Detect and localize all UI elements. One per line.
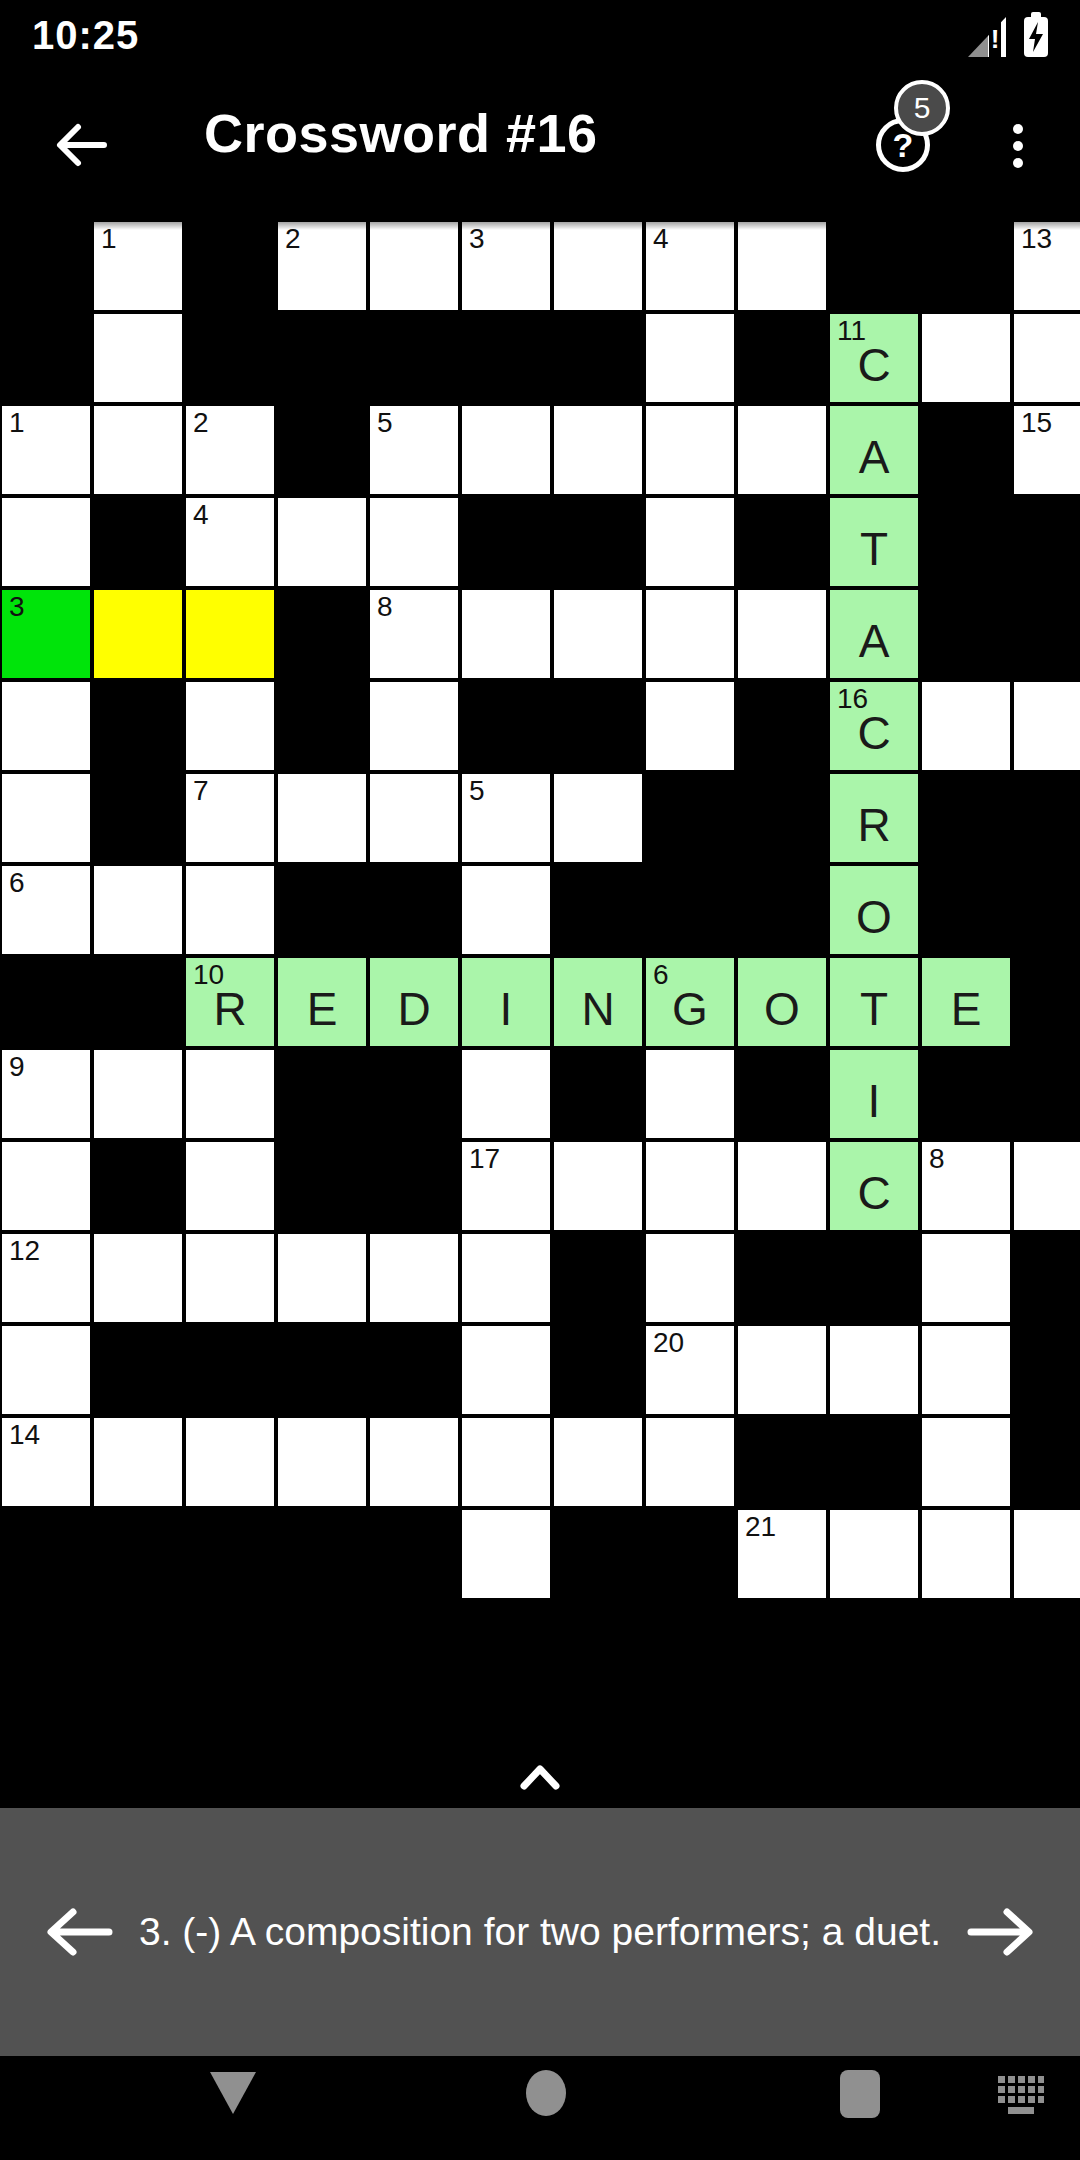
nav-home-circle-icon[interactable] xyxy=(526,2070,566,2116)
grid-cell-r10c5[interactable]: 17 xyxy=(460,1140,552,1232)
cell-letter: C xyxy=(830,682,918,770)
grid-cell-r14c3 xyxy=(276,1508,368,1600)
grid-cell-r3c7[interactable] xyxy=(644,496,736,588)
battery-charging-icon xyxy=(1024,17,1048,57)
cell-letter: I xyxy=(830,1050,918,1138)
grid-cell-r10c2[interactable] xyxy=(184,1140,276,1232)
clue-number: 8 xyxy=(929,1144,945,1175)
grid-cell-r3c9[interactable]: T xyxy=(828,496,920,588)
grid-cell-r3c5 xyxy=(460,496,552,588)
grid-cell-r6c4[interactable] xyxy=(368,772,460,864)
grid-cell-r12c2 xyxy=(184,1324,276,1416)
grid-cell-r6c3[interactable] xyxy=(276,772,368,864)
clue-number: 2 xyxy=(193,408,209,439)
cell-letter: R xyxy=(830,774,918,862)
cell-letter: C xyxy=(830,314,918,402)
grid-cell-r5c8 xyxy=(736,680,828,772)
grid-cell-r11c7[interactable] xyxy=(644,1232,736,1324)
clue-number: 17 xyxy=(469,1144,500,1175)
grid-cell-r1c3 xyxy=(276,312,368,404)
grid-cell-r13c7[interactable] xyxy=(644,1416,736,1508)
overflow-menu-icon[interactable] xyxy=(1000,110,1036,182)
grid-cell-r6c0[interactable] xyxy=(0,772,92,864)
cell-letter: O xyxy=(830,866,918,954)
grid-cell-r4c4[interactable]: 8 xyxy=(368,588,460,680)
grid-cell-r0c0 xyxy=(0,220,92,312)
grid-cell-r11c2[interactable] xyxy=(184,1232,276,1324)
grid-cell-r9c0[interactable]: 9 xyxy=(0,1048,92,1140)
grid-cell-r8c9[interactable]: T xyxy=(828,956,920,1048)
grid-cell-r11c9 xyxy=(828,1232,920,1324)
grid-cell-r10c1 xyxy=(92,1140,184,1232)
cell-letter: R xyxy=(186,958,274,1046)
grid-cell-r14c7 xyxy=(644,1508,736,1600)
grid-cell-r12c3 xyxy=(276,1324,368,1416)
grid-cell-r9c10 xyxy=(920,1048,1012,1140)
grid-cell-r7c9[interactable]: O xyxy=(828,864,920,956)
grid-cell-r9c3 xyxy=(276,1048,368,1140)
grid-cell-r0c9 xyxy=(828,220,920,312)
grid-cell-r5c6 xyxy=(552,680,644,772)
grid-cell-r8c0 xyxy=(0,956,92,1048)
cell-letter: C xyxy=(830,1142,918,1230)
grid-cell-r1c7[interactable] xyxy=(644,312,736,404)
cell-letter: O xyxy=(738,958,826,1046)
grid-cell-r4c10 xyxy=(920,588,1012,680)
grid-cell-r7c2[interactable] xyxy=(184,864,276,956)
grid-cell-r3c11 xyxy=(1012,496,1080,588)
grid-cell-r1c9[interactable]: 11C xyxy=(828,312,920,404)
grid-cell-r2c1[interactable] xyxy=(92,404,184,496)
grid-cell-r4c7[interactable] xyxy=(644,588,736,680)
grid-cell-r3c2[interactable]: 4 xyxy=(184,496,276,588)
nav-back-triangle-icon[interactable] xyxy=(210,2072,256,2114)
grid-cell-r8c2[interactable]: 10R xyxy=(184,956,276,1048)
clue-number: 6 xyxy=(9,868,25,899)
grid-cell-r3c3[interactable] xyxy=(276,496,368,588)
grid-cell-r14c8[interactable]: 21 xyxy=(736,1508,828,1600)
grid-cell-r13c0[interactable]: 14 xyxy=(0,1416,92,1508)
clue-number: 13 xyxy=(1021,224,1052,255)
grid-cell-r8c3[interactable]: E xyxy=(276,956,368,1048)
clue-number: 5 xyxy=(377,408,393,439)
grid-cell-r12c10[interactable] xyxy=(920,1324,1012,1416)
grid-cell-r0c6[interactable] xyxy=(552,220,644,312)
grid-cell-r4c6[interactable] xyxy=(552,588,644,680)
grid-cell-r5c10[interactable] xyxy=(920,680,1012,772)
grid-cell-r1c10[interactable] xyxy=(920,312,1012,404)
crossword-app-screen: 10:25 ! Crossword #16 ? 5 12341311C125A1… xyxy=(0,0,1080,2160)
grid-cell-r11c11 xyxy=(1012,1232,1080,1324)
clue-number: 8 xyxy=(377,592,393,623)
grid-cell-r9c9[interactable]: I xyxy=(828,1048,920,1140)
grid-cell-r2c3 xyxy=(276,404,368,496)
grid-cell-r5c1 xyxy=(92,680,184,772)
grid-cell-r0c11[interactable]: 13 xyxy=(1012,220,1080,312)
grid-cell-r13c2[interactable] xyxy=(184,1416,276,1508)
grid-cell-r0c5[interactable]: 3 xyxy=(460,220,552,312)
grid-cell-r1c5 xyxy=(460,312,552,404)
status-icons: ! xyxy=(968,13,1048,57)
cell-letter: T xyxy=(830,958,918,1046)
next-clue-arrow-icon[interactable] xyxy=(960,1892,1040,1972)
nav-keyboard-icon[interactable] xyxy=(996,2076,1044,2120)
grid-cell-r5c9[interactable]: 16C xyxy=(828,680,920,772)
grid-cell-r7c4 xyxy=(368,864,460,956)
grid-cell-r4c2[interactable] xyxy=(184,588,276,680)
grid-cell-r11c10[interactable] xyxy=(920,1232,1012,1324)
grid-cell-r12c1 xyxy=(92,1324,184,1416)
grid-cell-r12c0[interactable] xyxy=(0,1324,92,1416)
grid-cell-r5c0[interactable] xyxy=(0,680,92,772)
grid-cell-r2c7[interactable] xyxy=(644,404,736,496)
hints-badge: 5 xyxy=(894,80,950,136)
grid-cell-r14c6 xyxy=(552,1508,644,1600)
cell-letter: A xyxy=(830,406,918,494)
grid-cell-r12c8[interactable] xyxy=(736,1324,828,1416)
grid-cell-r3c6 xyxy=(552,496,644,588)
cell-letter: G xyxy=(646,958,734,1046)
grid-cell-r13c1[interactable] xyxy=(92,1416,184,1508)
grid-cell-r11c4[interactable] xyxy=(368,1232,460,1324)
grid-cell-r1c1[interactable] xyxy=(92,312,184,404)
board-gap xyxy=(0,1600,1080,1808)
grid-cell-r11c3[interactable] xyxy=(276,1232,368,1324)
cellular-alert-icon: ! xyxy=(968,17,1006,57)
grid-cell-r6c11 xyxy=(1012,772,1080,864)
grid-cell-r6c9[interactable]: R xyxy=(828,772,920,864)
prev-clue-arrow-icon[interactable] xyxy=(40,1892,120,1972)
cell-letter: A xyxy=(830,590,918,678)
grid-cell-r13c6[interactable] xyxy=(552,1416,644,1508)
grid-cell-r8c1 xyxy=(92,956,184,1048)
clue-number: 4 xyxy=(193,500,209,531)
grid-cell-r13c9 xyxy=(828,1416,920,1508)
grid-cell-r13c10[interactable] xyxy=(920,1416,1012,1508)
crossword-grid: 12341311C125A154T38A16C75R6O10REDIN6GOTE… xyxy=(0,220,1080,1600)
grid-cell-r12c5[interactable] xyxy=(460,1324,552,1416)
cell-letter: E xyxy=(278,958,366,1046)
grid-cell-r13c4[interactable] xyxy=(368,1416,460,1508)
clue-number: 15 xyxy=(1021,408,1052,439)
nav-recents-square-icon[interactable] xyxy=(840,2070,880,2118)
grid-cell-r14c0 xyxy=(0,1508,92,1600)
grid-cell-r8c11 xyxy=(1012,956,1080,1048)
grid-cell-r0c10 xyxy=(920,220,1012,312)
cell-letter: I xyxy=(462,958,550,1046)
grid-cell-r9c7[interactable] xyxy=(644,1048,736,1140)
grid-cell-r7c11 xyxy=(1012,864,1080,956)
grid-cell-r5c3 xyxy=(276,680,368,772)
grid-cell-r4c9[interactable]: A xyxy=(828,588,920,680)
grid-cell-r5c5 xyxy=(460,680,552,772)
grid-cell-r10c0[interactable] xyxy=(0,1140,92,1232)
grid-cell-r4c0[interactable]: 3 xyxy=(0,588,92,680)
grid-cell-r14c11[interactable] xyxy=(1012,1508,1080,1600)
grid-cell-r5c11[interactable] xyxy=(1012,680,1080,772)
clue-number: 3 xyxy=(9,592,25,623)
grid-cell-r7c3 xyxy=(276,864,368,956)
grid-cell-r14c2 xyxy=(184,1508,276,1600)
grid-cell-r4c8[interactable] xyxy=(736,588,828,680)
grid-cell-r10c7[interactable] xyxy=(644,1140,736,1232)
clue-number: 3 xyxy=(469,224,485,255)
hints-badge-count: 5 xyxy=(914,91,931,125)
grid-cell-r9c2[interactable] xyxy=(184,1048,276,1140)
clue-number: 7 xyxy=(193,776,209,807)
cell-letter: N xyxy=(554,958,642,1046)
grid-cell-r1c8 xyxy=(736,312,828,404)
grid-cell-r4c11 xyxy=(1012,588,1080,680)
grid-cell-r7c10 xyxy=(920,864,1012,956)
grid-cell-r10c10[interactable]: 8 xyxy=(920,1140,1012,1232)
grid-cell-r1c11[interactable] xyxy=(1012,312,1080,404)
grid-cell-r8c5[interactable]: I xyxy=(460,956,552,1048)
clue-number: 12 xyxy=(9,1236,40,1267)
grid-cell-r5c4[interactable] xyxy=(368,680,460,772)
grid-cell-r12c6 xyxy=(552,1324,644,1416)
grid-cell-r7c1[interactable] xyxy=(92,864,184,956)
grid-cell-r11c6 xyxy=(552,1232,644,1324)
grid-cell-r2c6[interactable] xyxy=(552,404,644,496)
grid-cell-r2c8[interactable] xyxy=(736,404,828,496)
grid-cell-r0c8[interactable] xyxy=(736,220,828,312)
grid-cell-r6c1 xyxy=(92,772,184,864)
grid-cell-r10c6[interactable] xyxy=(552,1140,644,1232)
grid-cell-r9c4 xyxy=(368,1048,460,1140)
grid-cell-r0c1[interactable]: 1 xyxy=(92,220,184,312)
grid-cell-r13c3[interactable] xyxy=(276,1416,368,1508)
app-bar: Crossword #16 ? 5 xyxy=(0,70,1080,220)
grid-cell-r0c2 xyxy=(184,220,276,312)
grid-cell-r8c4[interactable]: D xyxy=(368,956,460,1048)
grid-cell-r10c9[interactable]: C xyxy=(828,1140,920,1232)
grid-cell-r3c8 xyxy=(736,496,828,588)
android-nav-bar xyxy=(0,2056,1080,2160)
grid-cell-r9c5[interactable] xyxy=(460,1048,552,1140)
grid-cell-r14c4 xyxy=(368,1508,460,1600)
grid-cell-r14c9[interactable] xyxy=(828,1508,920,1600)
status-bar: 10:25 ! xyxy=(0,0,1080,70)
clue-number: 21 xyxy=(745,1512,776,1543)
grid-cell-r10c8[interactable] xyxy=(736,1140,828,1232)
grid-cell-r14c5[interactable] xyxy=(460,1508,552,1600)
cell-letter: E xyxy=(922,958,1010,1046)
grid-cell-r11c8 xyxy=(736,1232,828,1324)
grid-cell-r10c11[interactable] xyxy=(1012,1140,1080,1232)
grid-cell-r2c4[interactable]: 5 xyxy=(368,404,460,496)
grid-cell-r11c0[interactable]: 12 xyxy=(0,1232,92,1324)
grid-cell-r1c0 xyxy=(0,312,92,404)
grid-cell-r0c7[interactable]: 4 xyxy=(644,220,736,312)
grid-cell-r2c11[interactable]: 15 xyxy=(1012,404,1080,496)
grid-cell-r10c3 xyxy=(276,1140,368,1232)
grid-cell-r4c3 xyxy=(276,588,368,680)
clue-number: 4 xyxy=(653,224,669,255)
clue-number: 20 xyxy=(653,1328,684,1359)
grid-cell-r4c1[interactable] xyxy=(92,588,184,680)
grid-cell-r12c11 xyxy=(1012,1324,1080,1416)
grid-cell-r13c8 xyxy=(736,1416,828,1508)
grid-cell-r4c5[interactable] xyxy=(460,588,552,680)
clue-bar: 3. (-) A composition for two performers;… xyxy=(0,1808,1080,2056)
grid-cell-r2c0[interactable]: 1 xyxy=(0,404,92,496)
grid-cell-r11c1[interactable] xyxy=(92,1232,184,1324)
grid-cell-r12c9[interactable] xyxy=(828,1324,920,1416)
grid-cell-r6c5[interactable]: 5 xyxy=(460,772,552,864)
grid-cell-r5c2[interactable] xyxy=(184,680,276,772)
status-time: 10:25 xyxy=(32,13,139,58)
grid-cell-r2c10 xyxy=(920,404,1012,496)
grid-cell-r11c5[interactable] xyxy=(460,1232,552,1324)
grid-cell-r7c5[interactable] xyxy=(460,864,552,956)
cell-letter: D xyxy=(370,958,458,1046)
grid-cell-r9c1[interactable] xyxy=(92,1048,184,1140)
grid-cell-r7c6 xyxy=(552,864,644,956)
clue-number: 5 xyxy=(469,776,485,807)
clue-number: 14 xyxy=(9,1420,40,1451)
grid-cell-r6c6[interactable] xyxy=(552,772,644,864)
grid-cell-r14c10[interactable] xyxy=(920,1508,1012,1600)
grid-cell-r13c5[interactable] xyxy=(460,1416,552,1508)
grid-cell-r10c4 xyxy=(368,1140,460,1232)
grid-cell-r8c10[interactable]: E xyxy=(920,956,1012,1048)
grid-cell-r12c4 xyxy=(368,1324,460,1416)
grid-cell-r0c3[interactable]: 2 xyxy=(276,220,368,312)
clue-number: 2 xyxy=(285,224,301,255)
grid-cell-r8c6[interactable]: N xyxy=(552,956,644,1048)
grid-cell-r6c10 xyxy=(920,772,1012,864)
grid-cell-r9c11 xyxy=(1012,1048,1080,1140)
grid-cell-r6c8 xyxy=(736,772,828,864)
grid-cell-r1c4 xyxy=(368,312,460,404)
grid-cell-r7c7 xyxy=(644,864,736,956)
cell-letter: T xyxy=(830,498,918,586)
grid-cell-r13c11 xyxy=(1012,1416,1080,1508)
grid-cell-r12c7[interactable]: 20 xyxy=(644,1324,736,1416)
grid-cell-r1c6 xyxy=(552,312,644,404)
grid-cell-r3c1 xyxy=(92,496,184,588)
grid-cell-r3c0[interactable] xyxy=(0,496,92,588)
grid-cell-r5c7[interactable] xyxy=(644,680,736,772)
clue-number: 9 xyxy=(9,1052,25,1083)
grid-cell-r3c4[interactable] xyxy=(368,496,460,588)
grid-cell-r7c8 xyxy=(736,864,828,956)
crossword-board: 12341311C125A154T38A16C75R6O10REDIN6GOTE… xyxy=(0,220,1080,1600)
grid-cell-r2c9[interactable]: A xyxy=(828,404,920,496)
current-clue-text[interactable]: 3. (-) A composition for two performers;… xyxy=(120,1910,960,1954)
clue-number: 1 xyxy=(9,408,25,439)
grid-cell-r3c10 xyxy=(920,496,1012,588)
grid-cell-r6c7 xyxy=(644,772,736,864)
clue-number: 1 xyxy=(101,224,117,255)
collapse-chevron-icon[interactable] xyxy=(510,1760,570,1794)
grid-cell-r8c8[interactable]: O xyxy=(736,956,828,1048)
grid-cell-r2c5[interactable] xyxy=(460,404,552,496)
grid-cell-r14c1 xyxy=(92,1508,184,1600)
grid-cell-r6c2[interactable]: 7 xyxy=(184,772,276,864)
grid-cell-r1c2 xyxy=(184,312,276,404)
page-title: Crossword #16 xyxy=(204,102,598,164)
grid-cell-r9c6 xyxy=(552,1048,644,1140)
grid-cell-r0c4[interactable] xyxy=(368,220,460,312)
grid-cell-r8c7[interactable]: 6G xyxy=(644,956,736,1048)
back-arrow-icon[interactable] xyxy=(50,114,112,176)
grid-cell-r7c0[interactable]: 6 xyxy=(0,864,92,956)
grid-cell-r2c2[interactable]: 2 xyxy=(184,404,276,496)
grid-cell-r9c8 xyxy=(736,1048,828,1140)
